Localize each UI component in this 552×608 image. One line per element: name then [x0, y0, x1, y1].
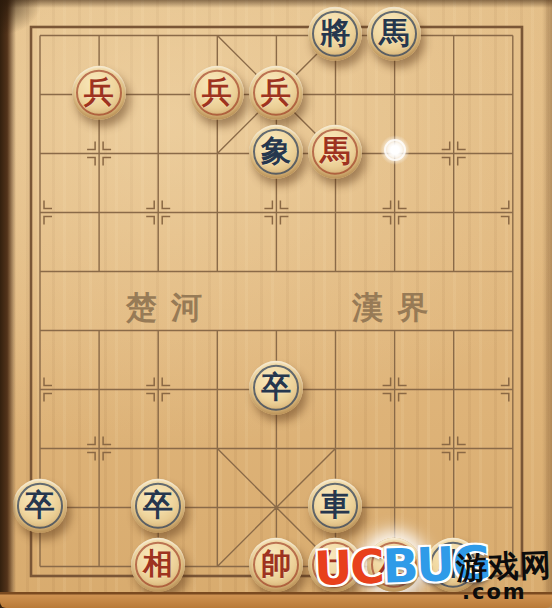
- table-corner-shadow: [0, 0, 40, 46]
- piece-red-horse[interactable]: 馬: [308, 124, 362, 178]
- piece-black-horse[interactable]: 馬: [367, 6, 421, 60]
- piece-character: 兵: [84, 76, 114, 106]
- piece-character: 仕: [320, 548, 350, 578]
- table-edge-bottom: [0, 592, 552, 608]
- piece-red-soldier[interactable]: 兵: [72, 65, 126, 119]
- piece-character: 帥: [261, 548, 291, 578]
- piece-character: 兵: [261, 76, 291, 106]
- board-point: 兵: [187, 65, 246, 124]
- board-point: 卒: [10, 478, 69, 537]
- board-point: 馬: [305, 124, 364, 183]
- table-edge-right: [542, 0, 552, 608]
- board-point: 仕: [305, 537, 364, 596]
- piece-character: 卒: [25, 489, 55, 519]
- board-point: 卒: [246, 360, 305, 419]
- piece-character: 卒: [143, 489, 173, 519]
- piece-black-chariot[interactable]: 車: [426, 537, 480, 591]
- board-point: 車: [424, 537, 483, 596]
- piece-red-elephant[interactable]: 相: [131, 537, 185, 591]
- piece-red-soldier[interactable]: 兵: [190, 65, 244, 119]
- board-point: 卒: [128, 478, 187, 537]
- board-point: 象: [246, 124, 305, 183]
- board-point: 車: [305, 478, 364, 537]
- piece-black-soldier[interactable]: 卒: [13, 478, 67, 532]
- piece-black-chariot[interactable]: 車: [308, 478, 362, 532]
- piece-red-advisor[interactable]: 仕: [308, 537, 362, 591]
- board-point: 將: [305, 6, 364, 65]
- piece-black-soldier[interactable]: 卒: [249, 360, 303, 414]
- piece-character: 兵: [202, 76, 232, 106]
- piece-red-general[interactable]: 帥: [249, 537, 303, 591]
- board-point: 相: [128, 537, 187, 596]
- piece-character: 相: [143, 548, 173, 578]
- piece-black-elephant[interactable]: 象: [249, 124, 303, 178]
- board-point: 馬: [365, 6, 424, 65]
- piece-character: 象: [261, 135, 291, 165]
- piece-character: 馬: [379, 17, 409, 47]
- piece-character: 車: [438, 548, 468, 578]
- piece-red-soldier[interactable]: 兵: [249, 65, 303, 119]
- table-edge-left: [0, 0, 16, 608]
- piece-black-general[interactable]: 將: [308, 6, 362, 60]
- xiangqi-app: 楚河 漢界 將馬兵兵兵象馬卒卒卒車相帥仕相車 UCBUG 游戏网 .com: [0, 0, 552, 608]
- piece-character: 車: [320, 489, 350, 519]
- xiangqi-board: 將馬兵兵兵象馬卒卒卒車相帥仕相車: [10, 6, 542, 596]
- piece-character: 卒: [261, 371, 291, 401]
- board-point: 帥: [246, 537, 305, 596]
- table-edge-top: [0, 0, 552, 8]
- piece-character: 馬: [320, 135, 350, 165]
- piece-character: 將: [320, 17, 350, 47]
- board-point: 兵: [246, 65, 305, 124]
- piece-red-elephant[interactable]: 相: [367, 537, 421, 591]
- board-point: 相: [365, 537, 424, 596]
- piece-character: 相: [379, 548, 409, 578]
- piece-black-soldier[interactable]: 卒: [131, 478, 185, 532]
- board-point: 兵: [69, 65, 128, 124]
